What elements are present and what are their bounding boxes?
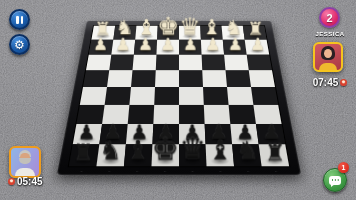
piece-white-pawn[interactable]: ♟ <box>160 36 175 53</box>
square-h2[interactable]: ♟ <box>89 40 114 55</box>
square-h4[interactable] <box>83 70 109 87</box>
chat-notification-badge: 1 <box>338 162 349 173</box>
square-b2[interactable]: ♟ <box>223 40 247 55</box>
chat-notification-count: 1 <box>342 164 346 171</box>
chess-board-scene: ♜♞♝♚♛♝♞♜♟♟♟♟♟♟♟♟♟♟♟♟♟♟♟♟♜♞♝♚♛♝♞♜ ·······… <box>74 0 284 192</box>
piece-black-knight[interactable]: ♞ <box>99 138 122 163</box>
square-a4[interactable] <box>249 70 275 87</box>
square-c5[interactable] <box>203 87 229 105</box>
piece-black-king[interactable]: ♚ <box>151 133 179 164</box>
square-h3[interactable] <box>86 55 111 71</box>
square-g3[interactable] <box>109 55 134 71</box>
square-a3[interactable] <box>247 55 272 71</box>
square-e8[interactable]: ♚ <box>151 144 179 166</box>
piece-black-rook[interactable]: ♜ <box>265 141 285 164</box>
coordinate-mark: · <box>136 170 138 174</box>
avatar-beard <box>19 158 31 164</box>
piece-white-pawn[interactable]: ♟ <box>183 36 198 53</box>
square-f8[interactable]: ♝ <box>124 144 153 166</box>
piece-white-pawn[interactable]: ♟ <box>250 36 265 53</box>
opponent-avatar <box>313 42 343 72</box>
square-e4[interactable] <box>155 70 179 87</box>
square-e5[interactable] <box>154 87 179 105</box>
board-frame: ♜♞♝♚♛♝♞♜♟♟♟♟♟♟♟♟♟♟♟♟♟♟♟♟♜♞♝♚♛♝♞♜ ·······… <box>57 21 301 175</box>
coordinate-mark: · <box>275 170 277 174</box>
settings-button[interactable]: ⚙ <box>9 34 30 55</box>
square-g2[interactable]: ♟ <box>111 40 135 55</box>
coordinate-mark: · <box>164 170 166 174</box>
coordinate-mark: · <box>109 170 111 174</box>
square-g8[interactable]: ♞ <box>96 144 125 166</box>
avatar-body <box>319 63 337 70</box>
player-timer-value: 05:45 <box>17 176 43 187</box>
avatar-face <box>324 49 332 58</box>
player-avatar <box>9 146 41 178</box>
opponent-rank-badge: 2 <box>319 7 340 28</box>
opponent-name: JESSICA <box>302 31 356 37</box>
chess-board[interactable]: ♜♞♝♚♛♝♞♜♟♟♟♟♟♟♟♟♟♟♟♟♟♟♟♟♜♞♝♚♛♝♞♜ ·······… <box>57 21 301 175</box>
square-c3[interactable] <box>202 55 226 71</box>
opponent-timer: 07:45 <box>306 77 354 88</box>
square-g5[interactable] <box>105 87 131 105</box>
chat-bubble-icon <box>329 176 341 185</box>
square-d3[interactable] <box>179 55 202 71</box>
pause-button[interactable] <box>9 9 30 30</box>
avatar-body <box>15 168 35 176</box>
square-c8[interactable]: ♝ <box>206 144 235 166</box>
square-b4[interactable] <box>226 70 251 87</box>
square-b3[interactable] <box>224 55 249 71</box>
opponent-rank-number: 2 <box>326 12 332 24</box>
opponent-timer-value: 07:45 <box>313 77 339 88</box>
square-h8[interactable]: ♜ <box>69 144 99 166</box>
square-b5[interactable] <box>227 87 253 105</box>
square-d2[interactable]: ♟ <box>179 40 202 55</box>
square-a2[interactable]: ♟ <box>245 40 270 55</box>
square-f4[interactable] <box>131 70 156 87</box>
square-h5[interactable] <box>80 87 107 105</box>
board-coordinates: ········ <box>68 170 291 174</box>
square-f5[interactable] <box>129 87 155 105</box>
square-c2[interactable]: ♟ <box>201 40 224 55</box>
coordinate-mark: · <box>247 170 249 174</box>
piece-black-rook[interactable]: ♜ <box>73 141 93 164</box>
square-a8[interactable]: ♜ <box>259 144 289 166</box>
piece-white-pawn[interactable]: ♟ <box>115 36 130 53</box>
square-d8[interactable]: ♛ <box>179 144 207 166</box>
coordinate-mark: · <box>192 170 194 174</box>
square-e2[interactable]: ♟ <box>156 40 179 55</box>
piece-white-pawn[interactable]: ♟ <box>93 36 108 53</box>
square-d5[interactable] <box>179 87 204 105</box>
square-g4[interactable] <box>107 70 132 87</box>
piece-white-pawn[interactable]: ♟ <box>138 36 153 53</box>
gear-icon: ⚙ <box>14 39 25 51</box>
square-c4[interactable] <box>202 70 227 87</box>
pause-icon <box>16 16 23 24</box>
coordinate-mark: · <box>81 170 83 174</box>
piece-white-pawn[interactable]: ♟ <box>228 36 243 53</box>
square-d4[interactable] <box>179 70 203 87</box>
player-timer: 05:45 <box>8 176 43 187</box>
square-f3[interactable] <box>132 55 156 71</box>
piece-black-bishop[interactable]: ♝ <box>208 137 232 163</box>
coordinate-mark: · <box>220 170 222 174</box>
square-e3[interactable] <box>156 55 179 71</box>
square-a5[interactable] <box>251 87 278 105</box>
clock-icon <box>340 79 347 86</box>
clock-icon <box>8 178 15 185</box>
board-grid[interactable]: ♜♞♝♚♛♝♞♜♟♟♟♟♟♟♟♟♟♟♟♟♟♟♟♟♜♞♝♚♛♝♞♜ <box>69 26 289 166</box>
square-f2[interactable]: ♟ <box>134 40 157 55</box>
piece-black-knight[interactable]: ♞ <box>236 138 259 163</box>
piece-black-bishop[interactable]: ♝ <box>126 137 150 163</box>
square-b8[interactable]: ♞ <box>232 144 261 166</box>
piece-black-queen[interactable]: ♛ <box>179 134 206 164</box>
piece-white-pawn[interactable]: ♟ <box>205 36 220 53</box>
